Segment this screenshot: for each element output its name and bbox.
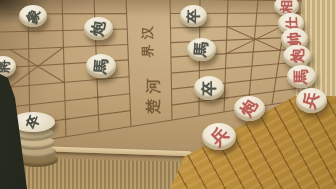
piece-black[interactable]: 馬: [86, 54, 116, 78]
piece-glyph: 馬: [193, 41, 209, 57]
captured-piece-glyph: 卒: [22, 113, 43, 131]
piece-glyph: 象: [24, 7, 42, 25]
piece-red[interactable]: 炮: [234, 96, 265, 121]
piece-glyph: 馬: [294, 69, 309, 84]
piece-glyph: 相: [280, 0, 293, 13]
piece-glyph: 炮: [238, 97, 260, 119]
piece-red[interactable]: 馬: [287, 65, 316, 88]
piece-glyph: 炮: [290, 49, 304, 63]
piece-red[interactable]: 兵: [202, 123, 236, 150]
piece-black[interactable]: 卒: [194, 76, 224, 100]
piece-glyph: 炮: [89, 19, 106, 36]
piece-glyph: 兵: [301, 90, 321, 110]
piece-black[interactable]: 卒: [180, 5, 207, 27]
piece-glyph: 將: [0, 60, 10, 73]
piece-glyph: 卒: [186, 9, 200, 23]
piece-black[interactable]: 馬: [187, 38, 216, 61]
piece-glyph: 馬: [93, 58, 109, 74]
piece-glyph: 兵: [207, 124, 231, 148]
piece-glyph: 卒: [202, 81, 217, 96]
piece-black[interactable]: 象: [19, 5, 47, 27]
xiangqi-photo-scene: 汉界 河楚 卒 象炮將馬卒馬卒相仕帅炮馬兵炮兵: [0, 0, 336, 189]
piece-red[interactable]: 兵: [296, 88, 327, 113]
piece-black[interactable]: 將: [0, 56, 16, 77]
piece-red[interactable]: 炮: [283, 45, 311, 67]
piece-black[interactable]: 炮: [84, 17, 113, 40]
